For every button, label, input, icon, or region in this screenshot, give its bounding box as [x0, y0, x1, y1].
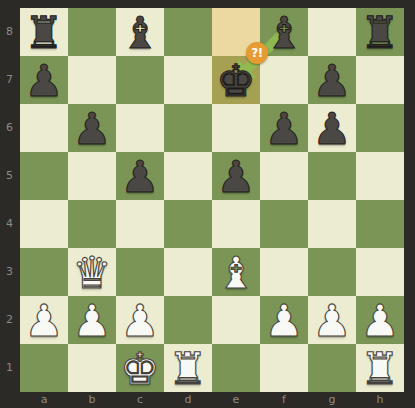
- rank-label-7: 7: [0, 73, 19, 87]
- chess-analysis-page: ?! ♜♝♝♜♟♚♟♟♟♟♟♟♛♝♟♟♟♟♟♟♚♜♜ 87654321abcde…: [0, 0, 415, 408]
- square-d7[interactable]: [164, 56, 212, 104]
- square-a1[interactable]: [20, 344, 68, 392]
- square-c6[interactable]: [116, 104, 164, 152]
- square-b1[interactable]: [68, 344, 116, 392]
- square-b8[interactable]: [68, 8, 116, 56]
- rank-label-5: 5: [0, 169, 19, 183]
- square-d2[interactable]: [164, 296, 212, 344]
- piece-white-queen-b3[interactable]: ♛: [68, 248, 116, 296]
- file-label-a: a: [20, 392, 68, 408]
- rank-label-6: 6: [0, 121, 19, 135]
- move-classification-badge: ?!: [246, 42, 268, 64]
- file-label-d: d: [164, 392, 212, 408]
- piece-black-bishop-c8[interactable]: ♝: [116, 8, 164, 56]
- square-g8[interactable]: [308, 8, 356, 56]
- file-label-f: f: [260, 392, 308, 408]
- square-h7[interactable]: [356, 56, 404, 104]
- piece-black-rook-a8[interactable]: ♜: [20, 8, 68, 56]
- square-b4[interactable]: [68, 200, 116, 248]
- rank-label-4: 4: [0, 217, 19, 231]
- square-e4[interactable]: [212, 200, 260, 248]
- chess-board: ?! ♜♝♝♜♟♚♟♟♟♟♟♟♛♝♟♟♟♟♟♟♚♜♜: [20, 8, 404, 392]
- square-f5[interactable]: [260, 152, 308, 200]
- square-g5[interactable]: [308, 152, 356, 200]
- square-e6[interactable]: [212, 104, 260, 152]
- piece-white-pawn-h2[interactable]: ♟: [356, 296, 404, 344]
- file-label-g: g: [308, 392, 356, 408]
- piece-white-pawn-c2[interactable]: ♟: [116, 296, 164, 344]
- square-h5[interactable]: [356, 152, 404, 200]
- piece-white-rook-h1[interactable]: ♜: [356, 344, 404, 392]
- square-e1[interactable]: [212, 344, 260, 392]
- piece-white-bishop-e3[interactable]: ♝: [212, 248, 260, 296]
- file-label-c: c: [116, 392, 164, 408]
- file-label-e: e: [212, 392, 260, 408]
- piece-black-pawn-c5[interactable]: ♟: [116, 152, 164, 200]
- square-a6[interactable]: [20, 104, 68, 152]
- square-d3[interactable]: [164, 248, 212, 296]
- square-d4[interactable]: [164, 200, 212, 248]
- square-g4[interactable]: [308, 200, 356, 248]
- square-d8[interactable]: [164, 8, 212, 56]
- piece-white-rook-d1[interactable]: ♜: [164, 344, 212, 392]
- file-label-b: b: [68, 392, 116, 408]
- square-a5[interactable]: [20, 152, 68, 200]
- piece-white-pawn-b2[interactable]: ♟: [68, 296, 116, 344]
- piece-black-pawn-g7[interactable]: ♟: [308, 56, 356, 104]
- square-c7[interactable]: [116, 56, 164, 104]
- square-c3[interactable]: [116, 248, 164, 296]
- piece-black-rook-h8[interactable]: ♜: [356, 8, 404, 56]
- piece-white-king-c1[interactable]: ♚: [116, 344, 164, 392]
- square-h4[interactable]: [356, 200, 404, 248]
- piece-black-pawn-f6[interactable]: ♟: [260, 104, 308, 152]
- square-f3[interactable]: [260, 248, 308, 296]
- piece-white-pawn-g2[interactable]: ♟: [308, 296, 356, 344]
- piece-black-pawn-g6[interactable]: ♟: [308, 104, 356, 152]
- rank-label-2: 2: [0, 313, 19, 327]
- square-f7[interactable]: [260, 56, 308, 104]
- square-a4[interactable]: [20, 200, 68, 248]
- square-f4[interactable]: [260, 200, 308, 248]
- square-g1[interactable]: [308, 344, 356, 392]
- square-d6[interactable]: [164, 104, 212, 152]
- square-b5[interactable]: [68, 152, 116, 200]
- square-h6[interactable]: [356, 104, 404, 152]
- piece-black-pawn-e5[interactable]: ♟: [212, 152, 260, 200]
- piece-black-pawn-a7[interactable]: ♟: [20, 56, 68, 104]
- square-d5[interactable]: [164, 152, 212, 200]
- square-e2[interactable]: [212, 296, 260, 344]
- square-b7[interactable]: [68, 56, 116, 104]
- piece-white-pawn-a2[interactable]: ♟: [20, 296, 68, 344]
- piece-white-pawn-f2[interactable]: ♟: [260, 296, 308, 344]
- rank-label-3: 3: [0, 265, 19, 279]
- rank-label-1: 1: [0, 361, 19, 375]
- square-f1[interactable]: [260, 344, 308, 392]
- rank-label-8: 8: [0, 25, 19, 39]
- square-c4[interactable]: [116, 200, 164, 248]
- square-a3[interactable]: [20, 248, 68, 296]
- square-g3[interactable]: [308, 248, 356, 296]
- file-label-h: h: [356, 392, 404, 408]
- piece-black-pawn-b6[interactable]: ♟: [68, 104, 116, 152]
- square-h3[interactable]: [356, 248, 404, 296]
